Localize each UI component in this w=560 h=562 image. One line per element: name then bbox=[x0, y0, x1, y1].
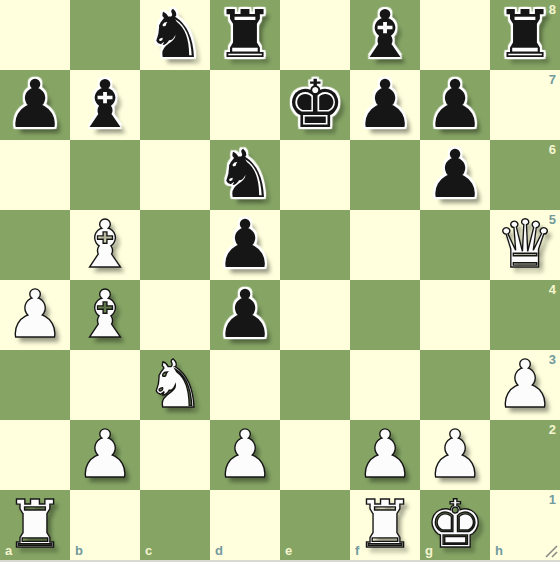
square-f2[interactable]: ♟ bbox=[350, 420, 420, 490]
square-c4[interactable] bbox=[140, 280, 210, 350]
square-d3[interactable] bbox=[210, 350, 280, 420]
square-g6[interactable]: ♟ bbox=[420, 140, 490, 210]
square-a8[interactable] bbox=[0, 0, 70, 70]
square-h7[interactable]: 7 bbox=[490, 70, 560, 140]
piece-black-knight[interactable]: ♞ bbox=[140, 0, 210, 70]
square-g5[interactable] bbox=[420, 210, 490, 280]
square-c3[interactable]: ♞ bbox=[140, 350, 210, 420]
square-f4[interactable] bbox=[350, 280, 420, 350]
square-g8[interactable] bbox=[420, 0, 490, 70]
square-c2[interactable] bbox=[140, 420, 210, 490]
square-f5[interactable] bbox=[350, 210, 420, 280]
square-b6[interactable] bbox=[70, 140, 140, 210]
piece-black-bishop[interactable]: ♝ bbox=[70, 70, 140, 140]
rank-label-6: 6 bbox=[549, 143, 556, 156]
piece-black-bishop[interactable]: ♝ bbox=[350, 0, 420, 70]
square-a5[interactable] bbox=[0, 210, 70, 280]
square-d6[interactable]: ♞ bbox=[210, 140, 280, 210]
piece-black-knight[interactable]: ♞ bbox=[210, 140, 280, 210]
square-b4[interactable]: ♝ bbox=[70, 280, 140, 350]
square-b8[interactable] bbox=[70, 0, 140, 70]
square-a4[interactable]: ♟ bbox=[0, 280, 70, 350]
piece-black-pawn[interactable]: ♟ bbox=[420, 70, 490, 140]
file-label-d: d bbox=[215, 544, 223, 557]
piece-white-pawn[interactable]: ♟ bbox=[70, 420, 140, 490]
square-b2[interactable]: ♟ bbox=[70, 420, 140, 490]
piece-black-pawn[interactable]: ♟ bbox=[420, 140, 490, 210]
file-label-h: h bbox=[495, 544, 503, 557]
square-g3[interactable] bbox=[420, 350, 490, 420]
square-f7[interactable]: ♟ bbox=[350, 70, 420, 140]
square-d2[interactable]: ♟ bbox=[210, 420, 280, 490]
piece-black-rook[interactable]: ♜ bbox=[490, 0, 560, 70]
square-d4[interactable]: ♟ bbox=[210, 280, 280, 350]
piece-black-rook[interactable]: ♜ bbox=[210, 0, 280, 70]
square-b1[interactable]: b bbox=[70, 490, 140, 560]
file-label-b: b bbox=[75, 544, 83, 557]
square-a1[interactable]: ♜a bbox=[0, 490, 70, 560]
square-e4[interactable] bbox=[280, 280, 350, 350]
rank-label-1: 1 bbox=[549, 493, 556, 506]
square-a3[interactable] bbox=[0, 350, 70, 420]
piece-white-pawn[interactable]: ♟ bbox=[490, 350, 560, 420]
square-g4[interactable] bbox=[420, 280, 490, 350]
square-a7[interactable]: ♟ bbox=[0, 70, 70, 140]
chess-board-container: ♞♜♝♜8♟♝♚♟♟7♞♟6♝♟♛5♟♝♟4♞♟3♟♟♟♟2♜abcde♜f♚g… bbox=[0, 0, 560, 560]
square-f6[interactable] bbox=[350, 140, 420, 210]
square-b5[interactable]: ♝ bbox=[70, 210, 140, 280]
square-c5[interactable] bbox=[140, 210, 210, 280]
square-d7[interactable] bbox=[210, 70, 280, 140]
square-g2[interactable]: ♟ bbox=[420, 420, 490, 490]
piece-white-knight[interactable]: ♞ bbox=[140, 350, 210, 420]
square-b3[interactable] bbox=[70, 350, 140, 420]
piece-white-queen[interactable]: ♛ bbox=[490, 210, 560, 280]
square-h4[interactable]: 4 bbox=[490, 280, 560, 350]
piece-black-king[interactable]: ♚ bbox=[280, 70, 350, 140]
square-h5[interactable]: ♛5 bbox=[490, 210, 560, 280]
square-e7[interactable]: ♚ bbox=[280, 70, 350, 140]
piece-black-pawn[interactable]: ♟ bbox=[210, 280, 280, 350]
square-f1[interactable]: ♜f bbox=[350, 490, 420, 560]
square-c6[interactable] bbox=[140, 140, 210, 210]
rank-label-7: 7 bbox=[549, 73, 556, 86]
piece-white-king[interactable]: ♚ bbox=[420, 490, 490, 560]
piece-white-rook[interactable]: ♜ bbox=[350, 490, 420, 560]
square-e2[interactable] bbox=[280, 420, 350, 490]
square-h8[interactable]: ♜8 bbox=[490, 0, 560, 70]
square-g1[interactable]: ♚g bbox=[420, 490, 490, 560]
rank-label-2: 2 bbox=[549, 423, 556, 436]
square-h2[interactable]: 2 bbox=[490, 420, 560, 490]
rank-label-4: 4 bbox=[549, 283, 556, 296]
square-d8[interactable]: ♜ bbox=[210, 0, 280, 70]
square-h3[interactable]: ♟3 bbox=[490, 350, 560, 420]
square-c1[interactable]: c bbox=[140, 490, 210, 560]
square-f8[interactable]: ♝ bbox=[350, 0, 420, 70]
piece-white-pawn[interactable]: ♟ bbox=[350, 420, 420, 490]
square-h6[interactable]: 6 bbox=[490, 140, 560, 210]
square-e8[interactable] bbox=[280, 0, 350, 70]
square-c8[interactable]: ♞ bbox=[140, 0, 210, 70]
file-label-c: c bbox=[145, 544, 152, 557]
square-d1[interactable]: d bbox=[210, 490, 280, 560]
piece-white-pawn[interactable]: ♟ bbox=[210, 420, 280, 490]
file-label-e: e bbox=[285, 544, 292, 557]
piece-black-pawn[interactable]: ♟ bbox=[210, 210, 280, 280]
piece-white-pawn[interactable]: ♟ bbox=[420, 420, 490, 490]
square-e3[interactable] bbox=[280, 350, 350, 420]
piece-black-pawn[interactable]: ♟ bbox=[350, 70, 420, 140]
chess-board: ♞♜♝♜8♟♝♚♟♟7♞♟6♝♟♛5♟♝♟4♞♟3♟♟♟♟2♜abcde♜f♚g… bbox=[0, 0, 560, 560]
piece-white-pawn[interactable]: ♟ bbox=[0, 280, 70, 350]
square-d5[interactable]: ♟ bbox=[210, 210, 280, 280]
piece-white-bishop[interactable]: ♝ bbox=[70, 210, 140, 280]
square-e6[interactable] bbox=[280, 140, 350, 210]
resize-handle-icon[interactable] bbox=[544, 544, 558, 558]
square-a2[interactable] bbox=[0, 420, 70, 490]
square-b7[interactable]: ♝ bbox=[70, 70, 140, 140]
square-f3[interactable] bbox=[350, 350, 420, 420]
square-g7[interactable]: ♟ bbox=[420, 70, 490, 140]
piece-white-bishop[interactable]: ♝ bbox=[70, 280, 140, 350]
square-e5[interactable] bbox=[280, 210, 350, 280]
square-e1[interactable]: e bbox=[280, 490, 350, 560]
piece-white-rook[interactable]: ♜ bbox=[0, 490, 70, 560]
square-c7[interactable] bbox=[140, 70, 210, 140]
square-a6[interactable] bbox=[0, 140, 70, 210]
piece-black-pawn[interactable]: ♟ bbox=[0, 70, 70, 140]
